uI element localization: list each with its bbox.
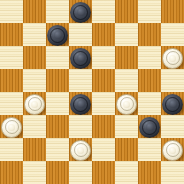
square-b4[interactable]: [23, 92, 46, 115]
square-d5[interactable]: [69, 69, 92, 92]
square-d6[interactable]: [69, 46, 92, 69]
square-b7[interactable]: [23, 23, 46, 46]
square-f4[interactable]: [115, 92, 138, 115]
black-checker[interactable]: [162, 94, 183, 115]
square-h8[interactable]: [161, 0, 184, 23]
square-a2[interactable]: [0, 138, 23, 161]
white-checker[interactable]: [116, 94, 137, 115]
square-e3[interactable]: [92, 115, 115, 138]
square-d3[interactable]: [69, 115, 92, 138]
square-f8[interactable]: [115, 0, 138, 23]
square-b6[interactable]: [23, 46, 46, 69]
square-b8[interactable]: [23, 0, 46, 23]
black-checker[interactable]: [70, 94, 91, 115]
white-checker[interactable]: [70, 140, 91, 161]
square-g2[interactable]: [138, 138, 161, 161]
square-h3[interactable]: [161, 115, 184, 138]
square-a4[interactable]: [0, 92, 23, 115]
square-h7[interactable]: [161, 23, 184, 46]
square-a5[interactable]: [0, 69, 23, 92]
square-a1[interactable]: [0, 161, 23, 184]
checkers-board: [0, 0, 184, 184]
square-g5[interactable]: [138, 69, 161, 92]
square-b5[interactable]: [23, 69, 46, 92]
square-f2[interactable]: [115, 138, 138, 161]
square-g1[interactable]: [138, 161, 161, 184]
square-d8[interactable]: [69, 0, 92, 23]
square-c3[interactable]: [46, 115, 69, 138]
square-h1[interactable]: [161, 161, 184, 184]
square-a3[interactable]: [0, 115, 23, 138]
square-b3[interactable]: [23, 115, 46, 138]
square-a6[interactable]: [0, 46, 23, 69]
square-e7[interactable]: [92, 23, 115, 46]
square-c4[interactable]: [46, 92, 69, 115]
square-h2[interactable]: [161, 138, 184, 161]
square-c5[interactable]: [46, 69, 69, 92]
square-c7[interactable]: [46, 23, 69, 46]
square-e1[interactable]: [92, 161, 115, 184]
square-d1[interactable]: [69, 161, 92, 184]
square-c8[interactable]: [46, 0, 69, 23]
square-c6[interactable]: [46, 46, 69, 69]
square-c2[interactable]: [46, 138, 69, 161]
square-e5[interactable]: [92, 69, 115, 92]
square-e4[interactable]: [92, 92, 115, 115]
square-d7[interactable]: [69, 23, 92, 46]
square-g6[interactable]: [138, 46, 161, 69]
black-checker[interactable]: [70, 2, 91, 23]
square-g8[interactable]: [138, 0, 161, 23]
white-checker[interactable]: [1, 117, 22, 138]
white-checker[interactable]: [162, 140, 183, 161]
square-f6[interactable]: [115, 46, 138, 69]
black-checker[interactable]: [47, 25, 68, 46]
square-g3[interactable]: [138, 115, 161, 138]
black-checker[interactable]: [139, 117, 160, 138]
square-d4[interactable]: [69, 92, 92, 115]
white-checker[interactable]: [162, 48, 183, 69]
square-e8[interactable]: [92, 0, 115, 23]
square-a8[interactable]: [0, 0, 23, 23]
square-g4[interactable]: [138, 92, 161, 115]
square-e6[interactable]: [92, 46, 115, 69]
square-h5[interactable]: [161, 69, 184, 92]
square-f5[interactable]: [115, 69, 138, 92]
square-a7[interactable]: [0, 23, 23, 46]
square-f3[interactable]: [115, 115, 138, 138]
square-b1[interactable]: [23, 161, 46, 184]
square-g7[interactable]: [138, 23, 161, 46]
square-h4[interactable]: [161, 92, 184, 115]
square-b2[interactable]: [23, 138, 46, 161]
white-checker[interactable]: [24, 94, 45, 115]
square-c1[interactable]: [46, 161, 69, 184]
square-d2[interactable]: [69, 138, 92, 161]
square-e2[interactable]: [92, 138, 115, 161]
square-h6[interactable]: [161, 46, 184, 69]
square-f7[interactable]: [115, 23, 138, 46]
black-checker[interactable]: [70, 48, 91, 69]
square-f1[interactable]: [115, 161, 138, 184]
